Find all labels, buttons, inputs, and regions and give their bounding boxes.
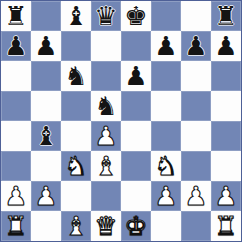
square-d2[interactable] [91,181,121,211]
black-pawn-piece[interactable]: ♟ [31,31,61,61]
square-f4[interactable] [151,121,181,151]
square-g2[interactable]: ♟ [181,181,211,211]
square-b2[interactable]: ♟ [31,181,61,211]
square-e2[interactable] [121,181,151,211]
square-h3[interactable] [211,151,241,181]
square-c2[interactable] [61,181,91,211]
square-b6[interactable] [31,61,61,91]
chess-board[interactable]: ♜♝♛♚♜♟♟♟♟♟♞♟♞♝♟♞♝♞♟♟♟♟♟♜♝♛♚♜ [0,0,242,242]
square-a4[interactable] [1,121,31,151]
black-queen-piece[interactable]: ♛ [91,1,121,31]
black-pawn-piece[interactable]: ♟ [151,31,181,61]
square-a1[interactable]: ♜ [1,211,31,241]
white-rook-piece[interactable]: ♜ [1,211,31,241]
black-rook-piece[interactable]: ♜ [211,1,241,31]
square-g1[interactable] [181,211,211,241]
square-f5[interactable] [151,91,181,121]
white-bishop-piece[interactable]: ♝ [91,151,121,181]
white-knight-piece[interactable]: ♞ [151,151,181,181]
square-c8[interactable]: ♝ [61,1,91,31]
square-a5[interactable] [1,91,31,121]
white-pawn-piece[interactable]: ♟ [91,121,121,151]
square-h6[interactable] [211,61,241,91]
square-f2[interactable]: ♟ [151,181,181,211]
square-h2[interactable]: ♟ [211,181,241,211]
black-knight-piece[interactable]: ♞ [91,91,121,121]
black-king-piece[interactable]: ♚ [121,1,151,31]
black-bishop-piece[interactable]: ♝ [61,1,91,31]
square-g5[interactable] [181,91,211,121]
square-b1[interactable] [31,211,61,241]
white-bishop-piece[interactable]: ♝ [61,211,91,241]
square-g4[interactable] [181,121,211,151]
square-e4[interactable] [121,121,151,151]
black-pawn-piece[interactable]: ♟ [181,31,211,61]
white-pawn-piece[interactable]: ♟ [1,181,31,211]
square-c7[interactable] [61,31,91,61]
black-rook-piece[interactable]: ♜ [1,1,31,31]
square-f6[interactable] [151,61,181,91]
white-pawn-piece[interactable]: ♟ [151,181,181,211]
square-a3[interactable] [1,151,31,181]
square-b8[interactable] [31,1,61,31]
square-b5[interactable] [31,91,61,121]
square-b7[interactable]: ♟ [31,31,61,61]
square-d3[interactable]: ♝ [91,151,121,181]
square-h4[interactable] [211,121,241,151]
square-g3[interactable] [181,151,211,181]
square-e8[interactable]: ♚ [121,1,151,31]
square-b4[interactable]: ♝ [31,121,61,151]
square-c4[interactable] [61,121,91,151]
square-f8[interactable] [151,1,181,31]
square-h7[interactable]: ♟ [211,31,241,61]
square-f7[interactable]: ♟ [151,31,181,61]
square-a6[interactable] [1,61,31,91]
square-a7[interactable]: ♟ [1,31,31,61]
square-d1[interactable]: ♛ [91,211,121,241]
square-e6[interactable]: ♟ [121,61,151,91]
square-g7[interactable]: ♟ [181,31,211,61]
black-pawn-piece[interactable]: ♟ [211,31,241,61]
square-d4[interactable]: ♟ [91,121,121,151]
square-d7[interactable] [91,31,121,61]
square-e7[interactable] [121,31,151,61]
square-c1[interactable]: ♝ [61,211,91,241]
square-g6[interactable] [181,61,211,91]
black-knight-piece[interactable]: ♞ [61,61,91,91]
square-f3[interactable]: ♞ [151,151,181,181]
square-a8[interactable]: ♜ [1,1,31,31]
white-queen-piece[interactable]: ♛ [91,211,121,241]
square-g8[interactable] [181,1,211,31]
square-e5[interactable] [121,91,151,121]
black-pawn-piece[interactable]: ♟ [1,31,31,61]
white-knight-piece[interactable]: ♞ [61,151,91,181]
square-b3[interactable] [31,151,61,181]
black-pawn-piece[interactable]: ♟ [121,61,151,91]
square-c5[interactable] [61,91,91,121]
black-bishop-piece[interactable]: ♝ [31,121,61,151]
white-rook-piece[interactable]: ♜ [211,211,241,241]
white-king-piece[interactable]: ♚ [121,211,151,241]
square-d6[interactable] [91,61,121,91]
square-c6[interactable]: ♞ [61,61,91,91]
white-pawn-piece[interactable]: ♟ [211,181,241,211]
square-c3[interactable]: ♞ [61,151,91,181]
square-h1[interactable]: ♜ [211,211,241,241]
square-h5[interactable] [211,91,241,121]
square-e3[interactable] [121,151,151,181]
square-d8[interactable]: ♛ [91,1,121,31]
white-pawn-piece[interactable]: ♟ [181,181,211,211]
square-e1[interactable]: ♚ [121,211,151,241]
square-a2[interactable]: ♟ [1,181,31,211]
white-pawn-piece[interactable]: ♟ [31,181,61,211]
square-d5[interactable]: ♞ [91,91,121,121]
square-h8[interactable]: ♜ [211,1,241,31]
square-f1[interactable] [151,211,181,241]
